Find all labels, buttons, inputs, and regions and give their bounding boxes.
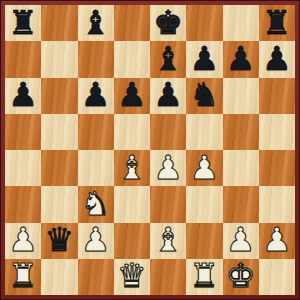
piece-white-bishop[interactable]: ♝ bbox=[153, 223, 183, 256]
square-c1[interactable] bbox=[78, 259, 114, 295]
square-e7[interactable]: ♝ bbox=[150, 41, 186, 77]
piece-white-pawn[interactable]: ♟ bbox=[81, 223, 111, 256]
square-d8[interactable] bbox=[114, 5, 150, 41]
square-a6[interactable]: ♟ bbox=[5, 78, 41, 114]
square-f4[interactable]: ♟ bbox=[186, 150, 222, 186]
square-f5[interactable] bbox=[186, 114, 222, 150]
square-c2[interactable]: ♟ bbox=[78, 223, 114, 259]
square-c6[interactable]: ♟ bbox=[78, 78, 114, 114]
square-a7[interactable] bbox=[5, 41, 41, 77]
piece-white-pawn[interactable]: ♟ bbox=[153, 151, 183, 184]
square-c8[interactable]: ♝ bbox=[78, 5, 114, 41]
piece-white-king[interactable]: ♚ bbox=[226, 259, 256, 292]
square-b3[interactable] bbox=[41, 186, 77, 222]
square-f8[interactable] bbox=[186, 5, 222, 41]
board-frame: ♜♝♚♜♝♟♟♟♟♟♟♟♞♝♟♟♞♟♛♟♝♟♟♜♛♜♚ bbox=[0, 0, 300, 300]
square-h3[interactable] bbox=[259, 186, 295, 222]
square-b6[interactable] bbox=[41, 78, 77, 114]
square-h5[interactable] bbox=[259, 114, 295, 150]
square-h8[interactable]: ♜ bbox=[259, 5, 295, 41]
square-f6[interactable]: ♞ bbox=[186, 78, 222, 114]
square-g1[interactable]: ♚ bbox=[223, 259, 259, 295]
piece-black-pawn[interactable]: ♟ bbox=[153, 78, 183, 111]
square-a1[interactable]: ♜ bbox=[5, 259, 41, 295]
square-e1[interactable] bbox=[150, 259, 186, 295]
square-e3[interactable] bbox=[150, 186, 186, 222]
square-e8[interactable]: ♚ bbox=[150, 5, 186, 41]
square-d1[interactable]: ♛ bbox=[114, 259, 150, 295]
square-f7[interactable]: ♟ bbox=[186, 41, 222, 77]
square-d7[interactable] bbox=[114, 41, 150, 77]
square-g5[interactable] bbox=[223, 114, 259, 150]
square-b1[interactable] bbox=[41, 259, 77, 295]
chess-board: ♜♝♚♜♝♟♟♟♟♟♟♟♞♝♟♟♞♟♛♟♝♟♟♜♛♜♚ bbox=[5, 5, 295, 295]
square-f1[interactable]: ♜ bbox=[186, 259, 222, 295]
piece-black-rook[interactable]: ♜ bbox=[262, 6, 292, 39]
piece-black-queen[interactable]: ♛ bbox=[45, 223, 75, 256]
square-a8[interactable]: ♜ bbox=[5, 5, 41, 41]
piece-black-knight[interactable]: ♞ bbox=[190, 78, 220, 111]
square-h2[interactable]: ♟ bbox=[259, 223, 295, 259]
square-d5[interactable] bbox=[114, 114, 150, 150]
piece-white-knight[interactable]: ♞ bbox=[81, 187, 111, 220]
piece-white-pawn[interactable]: ♟ bbox=[262, 223, 292, 256]
square-d4[interactable]: ♝ bbox=[114, 150, 150, 186]
square-h6[interactable] bbox=[259, 78, 295, 114]
piece-white-rook[interactable]: ♜ bbox=[8, 259, 38, 292]
square-b8[interactable] bbox=[41, 5, 77, 41]
square-d2[interactable] bbox=[114, 223, 150, 259]
square-e4[interactable]: ♟ bbox=[150, 150, 186, 186]
piece-black-king[interactable]: ♚ bbox=[153, 6, 183, 39]
square-g4[interactable] bbox=[223, 150, 259, 186]
square-e5[interactable] bbox=[150, 114, 186, 150]
square-h7[interactable]: ♟ bbox=[259, 41, 295, 77]
square-a4[interactable] bbox=[5, 150, 41, 186]
piece-black-pawn[interactable]: ♟ bbox=[190, 42, 220, 75]
piece-white-pawn[interactable]: ♟ bbox=[8, 223, 38, 256]
piece-black-bishop[interactable]: ♝ bbox=[81, 6, 111, 39]
square-g6[interactable] bbox=[223, 78, 259, 114]
square-g3[interactable] bbox=[223, 186, 259, 222]
square-a5[interactable] bbox=[5, 114, 41, 150]
square-c7[interactable] bbox=[78, 41, 114, 77]
square-g2[interactable]: ♟ bbox=[223, 223, 259, 259]
square-a2[interactable]: ♟ bbox=[5, 223, 41, 259]
piece-white-bishop[interactable]: ♝ bbox=[117, 151, 147, 184]
square-f3[interactable] bbox=[186, 186, 222, 222]
square-b4[interactable] bbox=[41, 150, 77, 186]
piece-white-rook[interactable]: ♜ bbox=[190, 259, 220, 292]
square-h4[interactable] bbox=[259, 150, 295, 186]
piece-black-bishop[interactable]: ♝ bbox=[153, 42, 183, 75]
piece-black-pawn[interactable]: ♟ bbox=[81, 78, 111, 111]
piece-black-pawn[interactable]: ♟ bbox=[117, 78, 147, 111]
piece-white-pawn[interactable]: ♟ bbox=[226, 223, 256, 256]
piece-black-rook[interactable]: ♜ bbox=[8, 6, 38, 39]
square-d6[interactable]: ♟ bbox=[114, 78, 150, 114]
square-c4[interactable] bbox=[78, 150, 114, 186]
piece-black-pawn[interactable]: ♟ bbox=[8, 78, 38, 111]
square-g7[interactable]: ♟ bbox=[223, 41, 259, 77]
square-b7[interactable] bbox=[41, 41, 77, 77]
square-e6[interactable]: ♟ bbox=[150, 78, 186, 114]
square-f2[interactable] bbox=[186, 223, 222, 259]
square-b5[interactable] bbox=[41, 114, 77, 150]
piece-white-pawn[interactable]: ♟ bbox=[190, 151, 220, 184]
square-a3[interactable] bbox=[5, 186, 41, 222]
square-d3[interactable] bbox=[114, 186, 150, 222]
piece-white-queen[interactable]: ♛ bbox=[117, 259, 147, 292]
square-c3[interactable]: ♞ bbox=[78, 186, 114, 222]
square-e2[interactable]: ♝ bbox=[150, 223, 186, 259]
square-g8[interactable] bbox=[223, 5, 259, 41]
square-c5[interactable] bbox=[78, 114, 114, 150]
square-b2[interactable]: ♛ bbox=[41, 223, 77, 259]
piece-black-pawn[interactable]: ♟ bbox=[262, 42, 292, 75]
square-h1[interactable] bbox=[259, 259, 295, 295]
piece-black-pawn[interactable]: ♟ bbox=[226, 42, 256, 75]
